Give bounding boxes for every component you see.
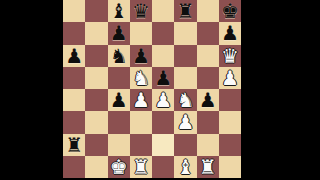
square-d8[interactable]: ♛ <box>130 0 152 22</box>
square-a1[interactable] <box>63 156 85 178</box>
square-f5[interactable] <box>174 67 196 89</box>
black-bishop-icon[interactable]: ♝ <box>110 0 128 22</box>
black-pawn-icon[interactable]: ♟ <box>221 22 239 44</box>
square-d3[interactable] <box>130 111 152 133</box>
square-d4[interactable]: ♟ <box>130 89 152 111</box>
black-rook-icon[interactable]: ♜ <box>65 134 83 156</box>
square-h5[interactable]: ♟ <box>219 67 241 89</box>
black-pawn-icon[interactable]: ♟ <box>110 89 128 111</box>
square-e1[interactable] <box>152 156 174 178</box>
square-d2[interactable] <box>130 134 152 156</box>
square-c7[interactable]: ♟ <box>108 22 130 44</box>
square-c1[interactable]: ♚ <box>108 156 130 178</box>
square-f2[interactable] <box>174 134 196 156</box>
square-b4[interactable] <box>85 89 107 111</box>
square-h8[interactable]: ♚ <box>219 0 241 22</box>
square-g5[interactable] <box>197 67 219 89</box>
square-e6[interactable] <box>152 45 174 67</box>
square-b2[interactable] <box>85 134 107 156</box>
square-a4[interactable] <box>63 89 85 111</box>
square-d5[interactable]: ♞ <box>130 67 152 89</box>
square-a6[interactable]: ♟ <box>63 45 85 67</box>
square-f4[interactable]: ♞ <box>174 89 196 111</box>
white-bishop-icon[interactable]: ♝ <box>176 156 194 178</box>
white-queen-icon[interactable]: ♛ <box>221 45 239 67</box>
square-c6[interactable]: ♞ <box>108 45 130 67</box>
square-h7[interactable]: ♟ <box>219 22 241 44</box>
white-king-icon[interactable]: ♚ <box>110 156 128 178</box>
white-pawn-icon[interactable]: ♟ <box>154 89 172 111</box>
square-f3[interactable]: ♟ <box>174 111 196 133</box>
black-pawn-icon[interactable]: ♟ <box>132 45 150 67</box>
square-e5[interactable]: ♟ <box>152 67 174 89</box>
square-f1[interactable]: ♝ <box>174 156 196 178</box>
square-d1[interactable]: ♜ <box>130 156 152 178</box>
white-knight-icon[interactable]: ♞ <box>176 89 194 111</box>
square-e8[interactable] <box>152 0 174 22</box>
black-pawn-icon[interactable]: ♟ <box>110 22 128 44</box>
square-d7[interactable] <box>130 22 152 44</box>
square-g7[interactable] <box>197 22 219 44</box>
square-f8[interactable]: ♜ <box>174 0 196 22</box>
square-g2[interactable] <box>197 134 219 156</box>
square-e4[interactable]: ♟ <box>152 89 174 111</box>
square-c2[interactable] <box>108 134 130 156</box>
square-b1[interactable] <box>85 156 107 178</box>
white-knight-icon[interactable]: ♞ <box>132 67 150 89</box>
video-frame: ♝♛♜♚♟♟♟♞♟♛♞♟♟♟♟♟♞♟♟♜♚♜♝♜ <box>0 0 320 180</box>
square-a2[interactable]: ♜ <box>63 134 85 156</box>
square-b8[interactable] <box>85 0 107 22</box>
square-g3[interactable] <box>197 111 219 133</box>
square-e7[interactable] <box>152 22 174 44</box>
square-a8[interactable] <box>63 0 85 22</box>
square-h4[interactable] <box>219 89 241 111</box>
square-g8[interactable] <box>197 0 219 22</box>
square-e3[interactable] <box>152 111 174 133</box>
square-c4[interactable]: ♟ <box>108 89 130 111</box>
square-c8[interactable]: ♝ <box>108 0 130 22</box>
white-rook-icon[interactable]: ♜ <box>132 156 150 178</box>
square-g6[interactable] <box>197 45 219 67</box>
square-c5[interactable] <box>108 67 130 89</box>
square-c3[interactable] <box>108 111 130 133</box>
square-a7[interactable] <box>63 22 85 44</box>
square-h2[interactable] <box>219 134 241 156</box>
letterbox-right <box>241 0 320 180</box>
white-rook-icon[interactable]: ♜ <box>199 156 217 178</box>
square-h1[interactable] <box>219 156 241 178</box>
square-b7[interactable] <box>85 22 107 44</box>
square-f7[interactable] <box>174 22 196 44</box>
black-pawn-icon[interactable]: ♟ <box>65 45 83 67</box>
square-b6[interactable] <box>85 45 107 67</box>
square-b3[interactable] <box>85 111 107 133</box>
square-g1[interactable]: ♜ <box>197 156 219 178</box>
white-pawn-icon[interactable]: ♟ <box>176 111 194 133</box>
black-king-icon[interactable]: ♚ <box>221 0 239 22</box>
black-knight-icon[interactable]: ♞ <box>110 45 128 67</box>
letterbox-left <box>0 0 63 180</box>
square-f6[interactable] <box>174 45 196 67</box>
black-pawn-icon[interactable]: ♟ <box>154 67 172 89</box>
black-pawn-icon[interactable]: ♟ <box>199 89 217 111</box>
square-a3[interactable] <box>63 111 85 133</box>
square-h6[interactable]: ♛ <box>219 45 241 67</box>
black-queen-icon[interactable]: ♛ <box>132 0 150 22</box>
black-rook-icon[interactable]: ♜ <box>176 0 194 22</box>
white-pawn-icon[interactable]: ♟ <box>132 89 150 111</box>
square-g4[interactable]: ♟ <box>197 89 219 111</box>
square-e2[interactable] <box>152 134 174 156</box>
square-b5[interactable] <box>85 67 107 89</box>
square-d6[interactable]: ♟ <box>130 45 152 67</box>
square-a5[interactable] <box>63 67 85 89</box>
chess-board: ♝♛♜♚♟♟♟♞♟♛♞♟♟♟♟♟♞♟♟♜♚♜♝♜ <box>63 0 241 178</box>
white-pawn-icon[interactable]: ♟ <box>221 67 239 89</box>
square-h3[interactable] <box>219 111 241 133</box>
